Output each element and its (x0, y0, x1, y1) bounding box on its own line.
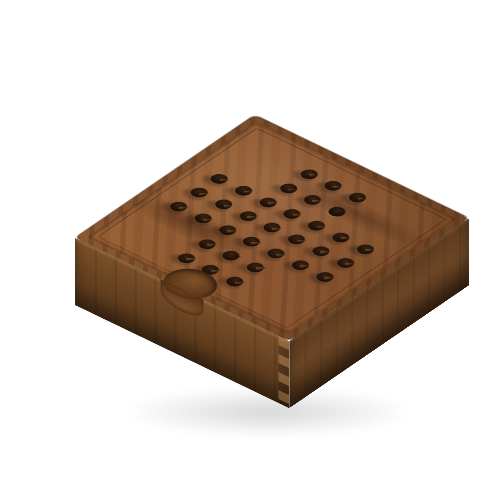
peg-glyph: ● (219, 237, 251, 250)
peg-glyph: ● (310, 236, 340, 248)
peg[interactable]: ● (310, 232, 340, 279)
product-photo: ●●●●●●●●●●●●●●●●●●●●●●●●●●●●●●●● (0, 0, 500, 500)
peg-top: ● (345, 161, 370, 177)
board-blank (384, 208, 429, 234)
solitaire-box: ●●●●●●●●●●●●●●●●●●●●●●●●●●●●●●●● (75, 115, 469, 341)
peg-top: ● (310, 232, 340, 251)
peg-top: ● (219, 233, 251, 254)
peg-glyph: ● (345, 164, 370, 174)
peg[interactable]: ● (219, 233, 251, 284)
peg[interactable]: ● (345, 161, 370, 200)
